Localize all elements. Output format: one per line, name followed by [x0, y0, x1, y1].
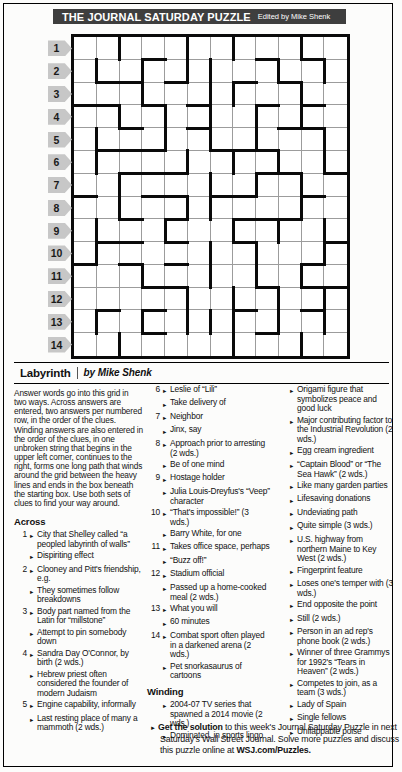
clue-text: Combat sport often played in a darkened … — [170, 631, 270, 660]
clue-column-3: ►Origami figure that symbolizes peace an… — [274, 385, 393, 740]
clue-text: Still (2 wds.) — [297, 614, 393, 626]
clue-number — [147, 460, 162, 472]
wall-segment — [141, 58, 167, 61]
clue-arrow-icon: ► — [162, 556, 170, 568]
clue-arrow-icon: ► — [289, 508, 297, 520]
clue-arrow-icon: ► — [29, 649, 37, 668]
clue-arrow-icon: ► — [162, 460, 170, 472]
clue-number: 4 — [14, 649, 29, 668]
puzzle-title: Labyrinth — [20, 367, 71, 379]
wall-segment — [323, 286, 349, 289]
wall-segment — [209, 263, 212, 289]
clue-text: Leslie of “Lili” — [170, 385, 270, 397]
clue-text: Like many garden parties — [297, 481, 393, 493]
clue-text: Jinx, say — [170, 425, 270, 437]
wall-segment — [277, 218, 280, 244]
clue-number: 9 — [147, 473, 162, 485]
wall-segment — [186, 127, 212, 130]
puzzle-page: THE JOURNAL SATURDAY PUZZLE Edited by Mi… — [0, 0, 402, 772]
clue-item: 13►What you will — [147, 604, 270, 616]
wall-segment — [95, 309, 98, 335]
clue-arrow-icon: ► — [289, 446, 297, 458]
clue-number: 2 — [14, 565, 29, 584]
wall-segment — [164, 263, 190, 266]
clue-arrow-icon: ► — [162, 569, 170, 581]
clue-number — [274, 494, 289, 506]
wall-segment — [186, 309, 189, 335]
clue-number — [274, 579, 289, 598]
clue-arrow-icon: ► — [289, 627, 297, 646]
clue-arrow-icon: ► — [162, 542, 170, 554]
wall-segment — [255, 286, 281, 289]
footer-site: WSJ.com/Puzzles. — [236, 745, 310, 755]
clue-number — [147, 662, 162, 681]
wall-segment — [209, 195, 212, 221]
clue-arrow-icon: ► — [289, 614, 297, 626]
clue-item: ►Hebrew priest often considered the foun… — [14, 670, 143, 699]
clue-number: 8 — [147, 439, 162, 458]
clue-number: 14 — [147, 631, 162, 660]
wall-segment — [95, 104, 121, 107]
clue-number — [274, 614, 289, 626]
clue-text: Pet snorkasaurus of cartoons — [170, 662, 270, 681]
wall-segment — [164, 172, 190, 175]
clue-item: ►Last resting place of many a mammoth (2… — [14, 714, 143, 733]
clue-number — [147, 617, 162, 629]
clue-arrow-icon: ► — [162, 473, 170, 485]
heading-separator — [77, 367, 78, 379]
clue-item: 4►Sandra Day O'Connor, by birth (2 wds.) — [14, 649, 143, 668]
clue-number — [274, 481, 289, 493]
clue-item: ►Lady of Spain — [274, 700, 393, 712]
clue-text: U.S. highway from northern Maine to Key … — [297, 535, 393, 564]
clue-arrow-icon: ► — [162, 508, 170, 527]
clue-text: Undeviating path — [297, 508, 393, 520]
clue-item: ►Lifesaving donations — [274, 494, 393, 506]
clue-item: ►Dispiriting effect — [14, 551, 143, 563]
clue-arrow-icon: ► — [162, 604, 170, 616]
clue-number: 1 — [14, 530, 29, 549]
clue-number — [274, 679, 289, 698]
clue-item: ►Fingerprint feature — [274, 566, 393, 578]
clue-number — [274, 535, 289, 564]
labyrinth-grid — [71, 34, 350, 359]
clue-item: ►Person in an ad rep's phone book (2 wds… — [274, 627, 393, 646]
footer-arrow-icon: ► — [150, 725, 156, 731]
wall-segment — [164, 218, 190, 221]
clue-item: ►Like many garden parties — [274, 481, 393, 493]
wall-segment — [186, 104, 212, 107]
clue-arrow-icon: ► — [29, 607, 37, 626]
clue-text: What you will — [170, 604, 270, 616]
clue-item: ►Attempt to pin somebody down — [14, 628, 143, 647]
clue-text: Competes to join, as a team (3 wds.) — [297, 679, 393, 698]
clue-number — [14, 670, 29, 699]
wall-segment — [277, 218, 303, 221]
clue-arrow-icon: ► — [289, 566, 297, 578]
clue-arrow-icon: ► — [29, 670, 37, 699]
clue-text: Takes office space, perhaps — [170, 542, 270, 554]
wall-segment — [255, 58, 281, 61]
clue-item: 9►Hostage holder — [147, 473, 270, 485]
clue-number — [147, 398, 162, 410]
wall-segment — [118, 241, 144, 244]
wall-segment — [118, 127, 144, 130]
clue-text: “Captain Blood” or “The Sea Hawk” (2 wds… — [297, 460, 393, 479]
clue-text: Fingerprint feature — [297, 566, 393, 578]
clue-text: Body part named from the Latin for “mill… — [37, 607, 143, 626]
clue-number: 6 — [147, 385, 162, 397]
clue-text: Attempt to pin somebody down — [37, 628, 143, 647]
clue-item: 8►Approach prior to arresting (2 wds.) — [147, 439, 270, 458]
clue-text: Egg cream ingredient — [297, 446, 393, 458]
clue-text: Hebrew priest often considered the found… — [37, 670, 143, 699]
clue-item: 14►Combat sport often played in a darken… — [147, 631, 270, 660]
clue-item: ►“Buzz off!” — [147, 556, 270, 568]
clue-arrow-icon: ► — [289, 460, 297, 479]
clue-text: “That's impossible!” (3 wds.) — [170, 508, 270, 527]
clue-text: Approach prior to arresting (2 wds.) — [170, 439, 270, 458]
clue-text: City that Shelley called “a peopled laby… — [37, 530, 143, 549]
clue-item: ►60 minutes — [147, 617, 270, 629]
clue-item: 11►Takes office space, perhaps — [147, 542, 270, 554]
clue-number — [274, 508, 289, 520]
across-clues-2: 6►Leslie of “Lili”►Take delivery of7►Nei… — [147, 385, 270, 681]
clue-arrow-icon: ► — [289, 521, 297, 533]
puzzle-heading: Labyrinth by Mike Shenk — [20, 365, 152, 380]
clue-text: Barry White, for one — [170, 529, 270, 541]
clue-number: 5 — [14, 700, 29, 712]
wall-segment — [300, 104, 326, 107]
wall-segment — [164, 286, 190, 289]
across-heading: Across — [14, 516, 143, 527]
wall-segment — [164, 81, 190, 84]
clue-arrow-icon: ► — [29, 714, 37, 733]
clue-item: ►Take delivery of — [147, 398, 270, 410]
clue-arrow-icon: ► — [29, 565, 37, 584]
clue-text: Sandra Day O'Connor, by birth (2 wds.) — [37, 649, 143, 668]
instructions-paragraph: Answer words go into this grid in two wa… — [14, 389, 143, 508]
clue-item: ►Be of one mind — [147, 460, 270, 472]
wall-segment — [232, 241, 258, 244]
clue-text: Lady of Spain — [297, 700, 393, 712]
clue-arrow-icon: ► — [162, 529, 170, 541]
wall-segment — [232, 36, 235, 62]
wall-segment — [255, 149, 281, 152]
clue-arrow-icon: ► — [29, 700, 37, 712]
clue-text: Clooney and Pitt's friendship, e.g. — [37, 565, 143, 584]
clue-number — [147, 529, 162, 541]
clue-arrow-icon: ► — [162, 631, 170, 660]
clue-text: Last resting place of many a mammoth (2 … — [37, 714, 143, 733]
clue-arrow-icon: ► — [289, 700, 297, 712]
clue-item: ►Egg cream ingredient — [274, 446, 393, 458]
clue-item: ►They sometimes follow breakdowns — [14, 586, 143, 605]
clue-number — [147, 583, 162, 602]
clue-text: Lifesaving donations — [297, 494, 393, 506]
clue-item: 6►Leslie of “Lili” — [147, 385, 270, 397]
wall-segment — [118, 218, 144, 221]
clue-item: ►Major contributing factor to the Indust… — [274, 416, 393, 445]
divider-rule-top — [14, 362, 389, 363]
clue-arrow-icon: ► — [29, 586, 37, 605]
clue-item: ►Pet snorkasaurus of cartoons — [147, 662, 270, 681]
clue-number — [274, 600, 289, 612]
clue-arrow-icon: ► — [289, 579, 297, 598]
clue-item: ►Quite simple (3 wds.) — [274, 521, 393, 533]
header-edited-by: Edited by Mike Shenk — [251, 12, 331, 21]
clue-column-1: Answer words go into this grid in two wa… — [14, 389, 143, 735]
clue-number: 3 — [14, 607, 29, 626]
clue-item: ►U.S. highway from northern Maine to Key… — [274, 535, 393, 564]
clue-text: “Buzz off!” — [170, 556, 270, 568]
clue-number: 12 — [147, 569, 162, 581]
clue-arrow-icon: ► — [162, 398, 170, 410]
wall-segment — [300, 195, 326, 198]
clue-arrow-icon: ► — [289, 385, 297, 414]
clue-item: ►Passed up a home-cooked meal (2 wds.) — [147, 583, 270, 602]
clue-arrow-icon: ► — [162, 439, 170, 458]
header-bar: THE JOURNAL SATURDAY PUZZLE Edited by Mi… — [53, 9, 346, 24]
clue-arrow-icon: ► — [162, 617, 170, 629]
clue-item: ►Julia Louis-Dreyfus's “Veep” character — [147, 487, 270, 506]
clue-text: Stadium official — [170, 569, 270, 581]
clue-text: 60 minutes — [170, 617, 270, 629]
wall-segment — [255, 104, 281, 107]
clue-text: They sometimes follow breakdowns — [37, 586, 143, 605]
clue-number: 10 — [147, 508, 162, 527]
wall-segment — [232, 309, 258, 312]
wall-segment — [118, 332, 121, 358]
clue-arrow-icon: ► — [162, 583, 170, 602]
clue-arrow-icon: ► — [29, 551, 37, 563]
wall-segment — [232, 332, 235, 358]
clue-arrow-icon: ► — [29, 628, 37, 647]
clue-text: Neighbor — [170, 412, 270, 424]
clue-number: 11 — [147, 542, 162, 554]
clue-number: 7 — [147, 412, 162, 424]
clue-number — [14, 714, 29, 733]
wall-segment — [209, 309, 212, 335]
clue-text: Julia Louis-Dreyfus's “Veep” character — [170, 487, 270, 506]
clue-text: Winner of three Grammys for 1992's “Tear… — [297, 648, 393, 677]
clue-item: 5►Engine capability, informally — [14, 700, 143, 712]
wall-segment — [300, 309, 326, 312]
clue-text: Engine capability, informally — [37, 700, 143, 712]
clue-number — [147, 487, 162, 506]
clue-number — [14, 551, 29, 563]
wall-segment — [95, 309, 121, 312]
puzzle-byline: by Mike Shenk — [84, 367, 152, 378]
clue-number — [274, 446, 289, 458]
clue-number — [274, 416, 289, 445]
clue-text: Hostage holder — [170, 473, 270, 485]
clue-arrow-icon: ► — [289, 416, 297, 445]
clue-text: Person in an ad rep's phone book (2 wds.… — [297, 627, 393, 646]
wall-segment — [232, 149, 235, 175]
wall-segment — [255, 332, 281, 335]
wall-segment — [141, 104, 167, 107]
clue-text: Major contributing factor to the Industr… — [297, 416, 393, 445]
wall-segment — [141, 332, 167, 335]
winding-clues-2: ►Origami figure that symbolizes peace an… — [274, 385, 393, 739]
clue-arrow-icon: ► — [162, 425, 170, 437]
wall-segment — [118, 81, 144, 84]
wall-segment — [232, 81, 258, 84]
clue-text: End opposite the point — [297, 600, 393, 612]
clue-number — [274, 385, 289, 414]
clue-number — [274, 566, 289, 578]
clue-number — [274, 648, 289, 677]
clue-arrow-icon: ► — [289, 679, 297, 698]
clue-number — [274, 627, 289, 646]
clue-arrow-icon: ► — [162, 385, 170, 397]
clue-item: ►“Captain Blood” or “The Sea Hawk” (2 wd… — [274, 460, 393, 479]
clue-item: ►Winner of three Grammys for 1992's “Tea… — [274, 648, 393, 677]
clue-text: Dispiriting effect — [37, 551, 143, 563]
wall-segment — [323, 309, 326, 335]
clue-item: ►Origami figure that symbolizes peace an… — [274, 385, 393, 414]
clue-item: ►Barry White, for one — [147, 529, 270, 541]
solution-note: ► Get the solution to this week's Journa… — [150, 722, 402, 756]
clue-item: ►Jinx, say — [147, 425, 270, 437]
wall-segment — [118, 36, 121, 62]
clue-column-2: 6►Leslie of “Lili”►Take delivery of7►Nei… — [147, 385, 270, 744]
clue-text: Origami figure that symbolizes peace and… — [297, 385, 393, 414]
clue-arrow-icon: ► — [162, 412, 170, 424]
clue-arrow-icon: ► — [289, 648, 297, 677]
clue-item: 1►City that Shelley called “a peopled la… — [14, 530, 143, 549]
clue-arrow-icon: ► — [162, 487, 170, 506]
clue-item: ►End opposite the point — [274, 600, 393, 612]
wall-segment — [323, 241, 349, 244]
clue-number — [147, 556, 162, 568]
clue-arrow-icon: ► — [289, 481, 297, 493]
wall-segment — [164, 195, 190, 198]
clue-arrow-icon: ► — [289, 535, 297, 564]
across-clues-1: 1►City that Shelley called “a peopled la… — [14, 530, 143, 733]
clue-text: Be of one mind — [170, 460, 270, 472]
clue-text: Passed up a home-cooked meal (2 wds.) — [170, 583, 270, 602]
clue-item: 2►Clooney and Pitt's friendship, e.g. — [14, 565, 143, 584]
clue-item: 12►Stadium official — [147, 569, 270, 581]
clue-item: 7►Neighbor — [147, 412, 270, 424]
clue-item: ►Competes to join, as a team (3 wds.) — [274, 679, 393, 698]
clue-arrow-icon: ► — [289, 494, 297, 506]
wall-segment — [95, 149, 98, 175]
wall-segment — [300, 332, 303, 358]
clue-number — [14, 586, 29, 605]
clue-item: ►Undeviating path — [274, 508, 393, 520]
clue-text: Take delivery of — [170, 398, 270, 410]
clue-number — [274, 521, 289, 533]
footer-lead: Get the solution — [158, 722, 223, 732]
wall-segment — [141, 309, 167, 312]
clue-item: 3►Body part named from the Latin for “mi… — [14, 607, 143, 626]
wall-segment — [300, 127, 326, 130]
wall-segment — [300, 58, 326, 61]
clue-text: Loses one's temper with (3 wds.) — [297, 579, 393, 598]
wall-segment — [323, 58, 326, 84]
clue-item: 10►“That's impossible!” (3 wds.) — [147, 508, 270, 527]
clue-item: ►Still (2 wds.) — [274, 614, 393, 626]
clue-text: Quite simple (3 wds.) — [297, 521, 393, 533]
grid-heavy-walls — [74, 37, 347, 356]
wall-segment — [323, 172, 349, 175]
clue-item: ►Loses one's temper with (3 wds.) — [274, 579, 393, 598]
wall-segment — [277, 81, 303, 84]
clue-number: 13 — [147, 604, 162, 616]
wall-segment — [300, 263, 326, 266]
clue-arrow-icon: ► — [162, 662, 170, 681]
wall-segment — [232, 81, 235, 107]
wall-segment — [141, 149, 167, 152]
clue-arrow-icon: ► — [289, 600, 297, 612]
wall-segment — [232, 195, 258, 198]
winding-heading: Winding — [147, 686, 270, 697]
clue-number — [147, 425, 162, 437]
wall-segment — [118, 263, 144, 266]
header-title: THE JOURNAL SATURDAY PUZZLE — [53, 11, 251, 23]
wall-segment — [164, 241, 190, 244]
wall-segment — [73, 195, 99, 198]
clue-arrow-icon: ► — [29, 530, 37, 549]
wall-segment — [73, 263, 99, 266]
clue-number — [274, 460, 289, 479]
wall-segment — [277, 172, 303, 175]
clue-number — [274, 700, 289, 712]
clue-number — [14, 628, 29, 647]
